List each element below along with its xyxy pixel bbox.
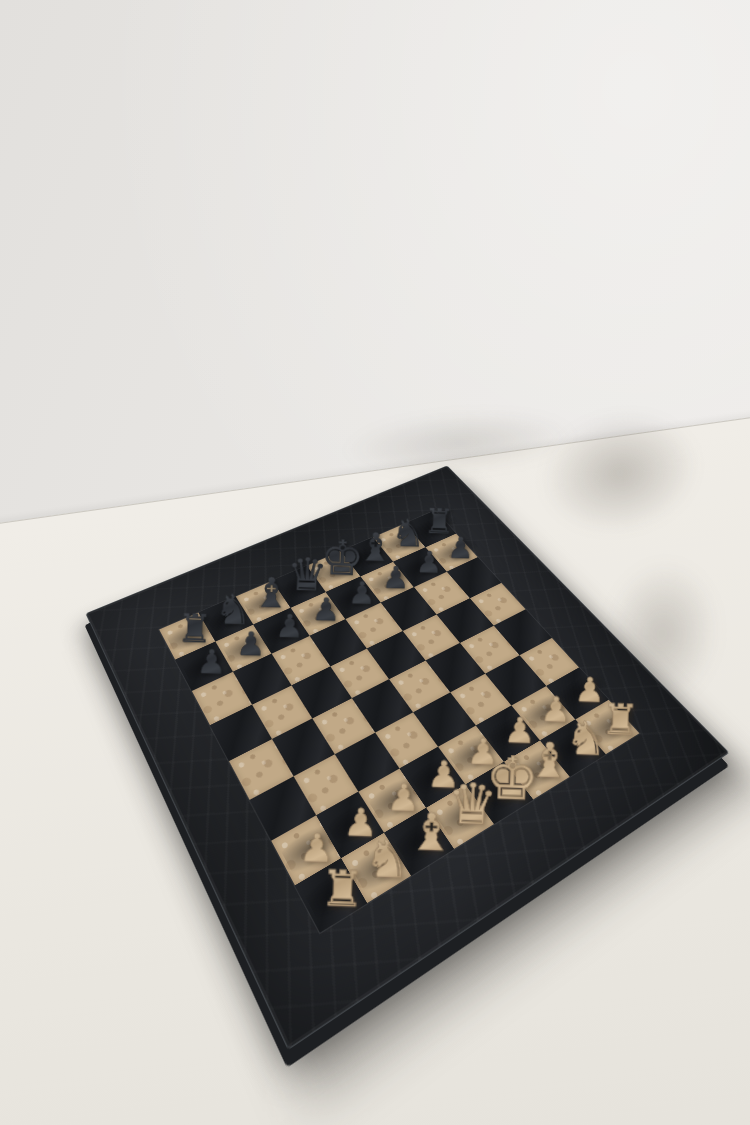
- square-e8: ♚: [307, 551, 360, 591]
- black-pawn: ♟: [347, 577, 376, 609]
- piece-contact-shadow: [411, 510, 465, 544]
- square-d7: ♟: [290, 592, 345, 636]
- square-g4: [460, 626, 519, 674]
- black-pawn: ♟: [447, 533, 474, 563]
- piece-contact-shadow: [366, 560, 424, 598]
- coral-pawn: ♟: [574, 672, 605, 707]
- square-g6: [414, 572, 469, 614]
- black-rook: ♜: [423, 503, 455, 538]
- square-e7: ♟: [326, 576, 381, 619]
- square-g8: ♞: [373, 524, 425, 562]
- square-g7: ♟: [393, 547, 447, 587]
- square-h4: [493, 609, 551, 655]
- coral-bishop: ♝: [407, 806, 455, 859]
- piece-contact-shadow: [221, 623, 284, 667]
- piece-contact-shadow: [242, 580, 302, 620]
- square-c8: ♝: [236, 581, 290, 624]
- black-pawn: ♟: [415, 547, 443, 578]
- coral-knight: ♞: [363, 833, 411, 886]
- black-pawn: ♟: [275, 610, 305, 643]
- square-h8: ♜: [404, 511, 455, 548]
- square-f4: [425, 643, 485, 692]
- square-b8: ♞: [198, 596, 253, 641]
- piece-contact-shadow: [399, 546, 456, 583]
- square-h6: [447, 557, 502, 598]
- square-e4: [389, 661, 450, 712]
- square-f3: [450, 673, 512, 725]
- board-tilt-wrapper: ♜♞♝♛♚♝♞♜♟♟♟♟♟♟♟♟♟♟♟♟♟♟♟♟♜♞♝♛♚♝♞♜: [44, 377, 726, 1040]
- piece-contact-shadow: [296, 591, 356, 632]
- square-c5: [291, 666, 351, 718]
- square-g3: [485, 655, 546, 705]
- square-e6: [346, 603, 403, 648]
- black-bishop: ♝: [252, 571, 290, 614]
- piece-contact-shadow: [313, 550, 370, 587]
- black-pawn: ♟: [196, 645, 227, 679]
- coral-rook: ♜: [319, 863, 365, 914]
- piece-contact-shadow: [347, 536, 403, 572]
- square-h7: ♟: [425, 533, 478, 572]
- black-pawn: ♟: [312, 593, 341, 625]
- square-e5: [367, 631, 426, 679]
- square-f8: ♝: [340, 537, 393, 576]
- black-bishop: ♝: [357, 527, 393, 567]
- square-a7: ♟: [175, 641, 233, 691]
- square-g5: [436, 598, 493, 643]
- marble-board-slab: ♜♞♝♛♚♝♞♜♟♟♟♟♟♟♟♟♟♟♟♟♟♟♟♟♜♞♝♛♚♝♞♜: [85, 466, 729, 1051]
- black-pawn: ♟: [236, 627, 266, 661]
- piece-contact-shadow: [431, 532, 486, 567]
- square-h3: [519, 638, 579, 687]
- chess-scene: ♜♞♝♛♚♝♞♜♟♟♟♟♟♟♟♟♟♟♟♟♟♟♟♟♜♞♝♛♚♝♞♜: [55, 388, 715, 1028]
- black-pawn: ♟: [382, 562, 410, 593]
- piece-contact-shadow: [204, 595, 265, 636]
- square-f6: [380, 587, 436, 631]
- black-knight: ♞: [390, 514, 425, 553]
- piece-contact-shadow: [379, 523, 434, 558]
- piece-contact-shadow: [332, 575, 391, 614]
- piece-contact-shadow: [278, 565, 337, 603]
- square-c7: ♟: [253, 608, 309, 654]
- square-h5: [469, 583, 525, 626]
- square-d8: ♛: [272, 566, 326, 608]
- square-f7: ♟: [360, 562, 414, 603]
- black-queen: ♛: [286, 551, 328, 598]
- square-d6: [309, 619, 366, 666]
- piece-contact-shadow: [259, 607, 320, 649]
- square-f5: [402, 614, 460, 660]
- black-knight: ♞: [214, 588, 252, 630]
- chessboard-grid: ♜♞♝♛♚♝♞♜♟♟♟♟♟♟♟♟♟♟♟♟♟♟♟♟♜♞♝♛♚♝♞♜: [159, 511, 639, 933]
- black-king: ♚: [320, 533, 365, 582]
